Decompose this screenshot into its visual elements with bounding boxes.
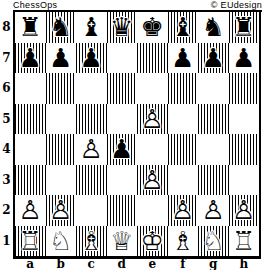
piece-glyph: ♟ — [198, 43, 229, 74]
square-d8[interactable]: ♛ — [107, 12, 138, 43]
square-a1[interactable]: ♜♖ — [15, 226, 46, 257]
piece-glyph: ♟ — [46, 43, 77, 74]
square-b2[interactable]: ♟♙ — [46, 195, 77, 226]
piece-glyph: ♚ — [137, 12, 168, 43]
square-e7[interactable] — [137, 43, 168, 74]
white-pawn-h2[interactable]: ♟♙ — [229, 195, 260, 226]
square-b5[interactable] — [46, 104, 77, 135]
piece-outline: ♘ — [198, 226, 229, 257]
piece-glyph: ♝ — [76, 12, 107, 43]
rank-label-4: 4 — [0, 134, 13, 165]
white-bishop-c1[interactable]: ♝♗ — [76, 226, 107, 257]
square-b4[interactable] — [46, 134, 77, 165]
piece-glyph: ♜ — [15, 12, 46, 43]
square-g6[interactable] — [198, 73, 229, 104]
square-e3[interactable]: ♟♙ — [137, 165, 168, 196]
square-d6[interactable] — [107, 73, 138, 104]
square-g1[interactable]: ♞♘ — [198, 226, 229, 257]
square-h7[interactable]: ♟ — [229, 43, 260, 74]
square-a8[interactable]: ♜ — [15, 12, 46, 43]
square-g3[interactable] — [198, 165, 229, 196]
file-label-c: c — [76, 259, 107, 270]
square-c7[interactable]: ♟ — [76, 43, 107, 74]
square-d4[interactable]: ♟ — [107, 134, 138, 165]
square-a7[interactable]: ♟ — [15, 43, 46, 74]
chessops-diagram: ChessOps © EUdesign 87654321 ♜♞♝♛♚♝♞♜♟♟♟… — [0, 0, 270, 270]
file-label-g: g — [198, 259, 229, 270]
piece-outline: ♖ — [229, 226, 260, 257]
white-pawn-b2[interactable]: ♟♙ — [46, 195, 77, 226]
square-d5[interactable] — [107, 104, 138, 135]
square-h6[interactable] — [229, 73, 260, 104]
black-pawn-c7[interactable]: ♟ — [76, 43, 107, 74]
square-f8[interactable]: ♝ — [168, 12, 199, 43]
piece-glyph: ♟ — [229, 43, 260, 74]
rank-label-3: 3 — [0, 165, 13, 196]
piece-outline: ♙ — [137, 104, 168, 135]
piece-outline: ♕ — [107, 226, 138, 257]
black-knight-b8[interactable]: ♞ — [46, 12, 77, 43]
square-c3[interactable] — [76, 165, 107, 196]
white-knight-g1[interactable]: ♞♘ — [198, 226, 229, 257]
square-h1[interactable]: ♜♖ — [229, 226, 260, 257]
rank-label-2: 2 — [0, 195, 13, 226]
piece-glyph: ♛ — [107, 12, 138, 43]
piece-outline: ♙ — [15, 195, 46, 226]
file-label-h: h — [229, 259, 260, 270]
chess-board: ♜♞♝♛♚♝♞♜♟♟♟♟♟♟♟♙♟♙♟♟♙♟♙♟♙♟♙♟♙♟♙♜♖♞♘♝♗♛♕♚… — [13, 12, 261, 259]
piece-outline: ♙ — [137, 165, 168, 196]
file-label-b: b — [46, 259, 77, 270]
square-e8[interactable]: ♚ — [137, 12, 168, 43]
rank-labels: 87654321 — [0, 12, 13, 259]
piece-glyph: ♞ — [198, 12, 229, 43]
square-a3[interactable] — [15, 165, 46, 196]
rank-label-8: 8 — [0, 12, 13, 43]
piece-glyph: ♟ — [168, 43, 199, 74]
piece-glyph: ♟ — [15, 43, 46, 74]
black-rook-a8[interactable]: ♜ — [15, 12, 46, 43]
white-rook-a1[interactable]: ♜♖ — [15, 226, 46, 257]
piece-outline: ♙ — [76, 134, 107, 165]
white-queen-d1[interactable]: ♛♕ — [107, 226, 138, 257]
black-pawn-h7[interactable]: ♟ — [229, 43, 260, 74]
piece-outline: ♙ — [46, 195, 77, 226]
file-labels: abcdefgh — [15, 259, 270, 270]
black-pawn-b7[interactable]: ♟ — [46, 43, 77, 74]
white-pawn-c4[interactable]: ♟♙ — [76, 134, 107, 165]
header: ChessOps © EUdesign — [13, 0, 262, 12]
square-b1[interactable]: ♞♘ — [46, 226, 77, 257]
piece-outline: ♙ — [229, 195, 260, 226]
white-pawn-f2[interactable]: ♟♙ — [168, 195, 199, 226]
black-king-e8[interactable]: ♚ — [137, 12, 168, 43]
square-f7[interactable]: ♟ — [168, 43, 199, 74]
black-rook-h8[interactable]: ♜ — [229, 12, 260, 43]
white-bishop-f1[interactable]: ♝♗ — [168, 226, 199, 257]
square-h2[interactable]: ♟♙ — [229, 195, 260, 226]
square-a4[interactable] — [15, 134, 46, 165]
square-f4[interactable] — [168, 134, 199, 165]
black-bishop-f8[interactable]: ♝ — [168, 12, 199, 43]
square-g5[interactable] — [198, 104, 229, 135]
square-h8[interactable]: ♜ — [229, 12, 260, 43]
square-g7[interactable]: ♟ — [198, 43, 229, 74]
square-c5[interactable] — [76, 104, 107, 135]
piece-outline: ♔ — [137, 226, 168, 257]
black-pawn-d4[interactable]: ♟ — [107, 134, 138, 165]
white-pawn-g2[interactable]: ♟♙ — [198, 195, 229, 226]
square-d3[interactable] — [107, 165, 138, 196]
file-label-d: d — [107, 259, 138, 270]
square-e4[interactable] — [137, 134, 168, 165]
black-queen-d8[interactable]: ♛ — [107, 12, 138, 43]
white-pawn-a2[interactable]: ♟♙ — [15, 195, 46, 226]
piece-outline: ♙ — [198, 195, 229, 226]
square-c2[interactable] — [76, 195, 107, 226]
rank-label-1: 1 — [0, 226, 13, 257]
piece-glyph: ♝ — [168, 12, 199, 43]
piece-outline: ♖ — [15, 226, 46, 257]
square-f1[interactable]: ♝♗ — [168, 226, 199, 257]
square-h4[interactable] — [229, 134, 260, 165]
white-knight-b1[interactable]: ♞♘ — [46, 226, 77, 257]
square-d7[interactable] — [107, 43, 138, 74]
black-knight-g8[interactable]: ♞ — [198, 12, 229, 43]
black-pawn-g7[interactable]: ♟ — [198, 43, 229, 74]
square-c4[interactable]: ♟♙ — [76, 134, 107, 165]
square-b6[interactable] — [46, 73, 77, 104]
rank-label-7: 7 — [0, 43, 13, 74]
white-rook-h1[interactable]: ♜♖ — [229, 226, 260, 257]
square-f2[interactable]: ♟♙ — [168, 195, 199, 226]
square-b7[interactable]: ♟ — [46, 43, 77, 74]
white-pawn-e3[interactable]: ♟♙ — [137, 165, 168, 196]
black-bishop-c8[interactable]: ♝ — [76, 12, 107, 43]
file-label-e: e — [137, 259, 168, 270]
square-c8[interactable]: ♝ — [76, 12, 107, 43]
square-d2[interactable] — [107, 195, 138, 226]
square-b3[interactable] — [46, 165, 77, 196]
credit-text: © EUdesign — [211, 0, 262, 10]
rank-label-5: 5 — [0, 104, 13, 135]
file-label-a: a — [15, 259, 46, 270]
black-pawn-f7[interactable]: ♟ — [168, 43, 199, 74]
piece-outline: ♗ — [76, 226, 107, 257]
rank-label-6: 6 — [0, 73, 13, 104]
square-a2[interactable]: ♟♙ — [15, 195, 46, 226]
piece-glyph: ♞ — [46, 12, 77, 43]
white-king-e1[interactable]: ♚♔ — [137, 226, 168, 257]
square-b8[interactable]: ♞ — [46, 12, 77, 43]
square-f5[interactable] — [168, 104, 199, 135]
square-a6[interactable] — [15, 73, 46, 104]
square-f3[interactable] — [168, 165, 199, 196]
piece-outline: ♙ — [168, 195, 199, 226]
square-e6[interactable] — [137, 73, 168, 104]
square-a5[interactable] — [15, 104, 46, 135]
piece-outline: ♗ — [168, 226, 199, 257]
black-pawn-a7[interactable]: ♟ — [15, 43, 46, 74]
square-f6[interactable] — [168, 73, 199, 104]
square-g2[interactable]: ♟♙ — [198, 195, 229, 226]
square-c6[interactable] — [76, 73, 107, 104]
piece-glyph: ♜ — [229, 12, 260, 43]
square-c1[interactable]: ♝♗ — [76, 226, 107, 257]
square-g8[interactable]: ♞ — [198, 12, 229, 43]
square-h5[interactable] — [229, 104, 260, 135]
square-h3[interactable] — [229, 165, 260, 196]
square-g4[interactable] — [198, 134, 229, 165]
app-title: ChessOps — [13, 0, 57, 10]
square-e5[interactable]: ♟♙ — [137, 104, 168, 135]
piece-glyph: ♟ — [76, 43, 107, 74]
square-e2[interactable] — [137, 195, 168, 226]
square-e1[interactable]: ♚♔ — [137, 226, 168, 257]
white-pawn-e5[interactable]: ♟♙ — [137, 104, 168, 135]
piece-outline: ♘ — [46, 226, 77, 257]
board-area: 87654321 ♜♞♝♛♚♝♞♜♟♟♟♟♟♟♟♙♟♙♟♟♙♟♙♟♙♟♙♟♙♟♙… — [0, 12, 270, 259]
piece-glyph: ♟ — [107, 134, 138, 165]
file-label-f: f — [168, 259, 199, 270]
square-d1[interactable]: ♛♕ — [107, 226, 138, 257]
